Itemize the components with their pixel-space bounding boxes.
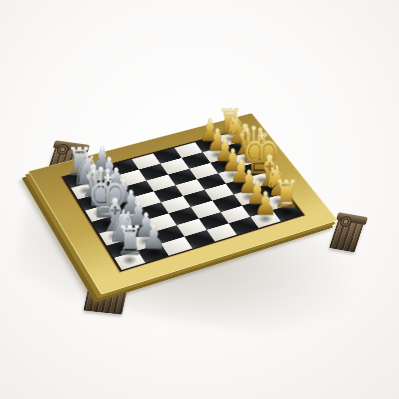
piece-contact-shadow [99, 178, 119, 190]
piece-contact-shadow [215, 159, 234, 171]
board-frame: ♜♞♝♛♚♝♞♜♟♟♟♟♟♟♟♟♟♟♟♟♟♟♟♟♜♞♝♛♚♝♞♜ [28, 113, 338, 295]
piece-contact-shadow [256, 213, 276, 226]
chess-set-product-photo: ♜♞♝♛♚♝♞♜♟♟♟♟♟♟♟♟♟♟♟♟♟♟♟♟♜♞♝♛♚♝♞♜ [0, 0, 399, 399]
piece-contact-shadow [269, 195, 289, 207]
piece-contact-shadow [119, 253, 140, 267]
piece-contact-shadow [252, 174, 272, 186]
piece-contact-shadow [106, 189, 126, 201]
piece-contact-shadow [239, 191, 259, 203]
piece-contact-shadow [83, 195, 103, 208]
piece-contact-shadow [277, 206, 297, 219]
playing-area: ♜♞♝♛♚♝♞♜♟♟♟♟♟♟♟♟♟♟♟♟♟♟♟♟♜♞♝♛♚♝♞♜ [64, 131, 301, 270]
piece-contact-shadow [120, 211, 140, 224]
rook-glyph: ♜ [65, 145, 92, 180]
piece-contact-shadow [92, 167, 112, 179]
piece-contact-shadow [143, 246, 164, 260]
board-edging: ♜♞♝♛♚♝♞♜♟♟♟♟♟♟♟♟♟♟♟♟♟♟♟♟♜♞♝♛♚♝♞♜ [61, 130, 304, 272]
gold-rook: ♜ [210, 103, 252, 139]
square-h7: ♟ [251, 210, 281, 228]
perspective-scene: ♜♞♝♛♚♝♞♜♟♟♟♟♟♟♟♟♟♟♟♟♟♟♟♟♜♞♝♛♚♝♞♜ [0, 0, 399, 399]
piece-contact-shadow [76, 184, 96, 196]
piece-contact-shadow [231, 180, 251, 192]
